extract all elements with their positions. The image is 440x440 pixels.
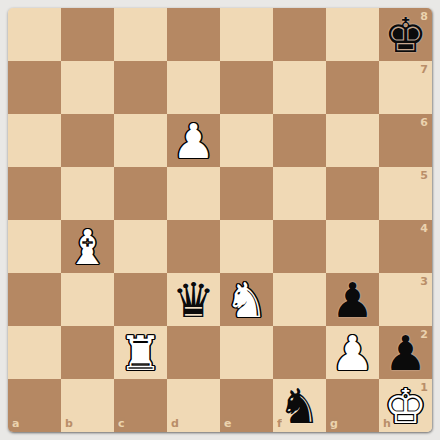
square-d2[interactable] — [167, 326, 220, 379]
square-g2[interactable]: ♟ — [326, 326, 379, 379]
square-b1[interactable]: b — [61, 379, 114, 432]
square-h6[interactable]: 6 — [379, 114, 432, 167]
square-d1[interactable]: d — [167, 379, 220, 432]
square-g6[interactable] — [326, 114, 379, 167]
white-king-piece[interactable]: ♚ — [379, 379, 432, 432]
black-queen-piece[interactable]: ♛ — [167, 273, 220, 326]
square-f7[interactable] — [273, 61, 326, 114]
white-pawn-piece[interactable]: ♟ — [326, 326, 379, 379]
square-g7[interactable] — [326, 61, 379, 114]
coordinate-rank-5: 5 — [420, 170, 428, 181]
square-d6[interactable]: ♟ — [167, 114, 220, 167]
square-a4[interactable] — [8, 220, 61, 273]
square-e7[interactable] — [220, 61, 273, 114]
square-h1[interactable]: h1♚ — [379, 379, 432, 432]
square-c4[interactable] — [114, 220, 167, 273]
page-background: 8♚7♟65♝4♛♞♟3♜♟2♟abcdef♞gh1♚ — [0, 0, 440, 440]
square-b7[interactable] — [61, 61, 114, 114]
square-g1[interactable]: g — [326, 379, 379, 432]
square-f2[interactable] — [273, 326, 326, 379]
square-c5[interactable] — [114, 167, 167, 220]
square-d7[interactable] — [167, 61, 220, 114]
coordinate-file-c: c — [118, 418, 125, 429]
black-king-piece[interactable]: ♚ — [379, 8, 432, 61]
black-pawn-piece[interactable]: ♟ — [379, 326, 432, 379]
square-f6[interactable] — [273, 114, 326, 167]
square-f5[interactable] — [273, 167, 326, 220]
square-g4[interactable] — [326, 220, 379, 273]
square-a5[interactable] — [8, 167, 61, 220]
coordinate-rank-4: 4 — [420, 223, 428, 234]
square-b5[interactable] — [61, 167, 114, 220]
white-rook-piece[interactable]: ♜ — [114, 326, 167, 379]
coordinate-file-d: d — [171, 418, 179, 429]
black-pawn-piece[interactable]: ♟ — [326, 273, 379, 326]
square-g8[interactable] — [326, 8, 379, 61]
coordinate-rank-3: 3 — [420, 276, 428, 287]
coordinate-file-e: e — [224, 418, 231, 429]
square-e6[interactable] — [220, 114, 273, 167]
coordinate-file-a: a — [12, 418, 19, 429]
black-knight-piece[interactable]: ♞ — [273, 379, 326, 432]
square-e4[interactable] — [220, 220, 273, 273]
square-h5[interactable]: 5 — [379, 167, 432, 220]
square-b2[interactable] — [61, 326, 114, 379]
white-knight-piece[interactable]: ♞ — [220, 273, 273, 326]
square-h7[interactable]: 7 — [379, 61, 432, 114]
square-f1[interactable]: f♞ — [273, 379, 326, 432]
square-d3[interactable]: ♛ — [167, 273, 220, 326]
square-e2[interactable] — [220, 326, 273, 379]
square-c3[interactable] — [114, 273, 167, 326]
square-e5[interactable] — [220, 167, 273, 220]
chess-board: 8♚7♟65♝4♛♞♟3♜♟2♟abcdef♞gh1♚ — [8, 8, 432, 432]
square-d4[interactable] — [167, 220, 220, 273]
square-h3[interactable]: 3 — [379, 273, 432, 326]
square-h4[interactable]: 4 — [379, 220, 432, 273]
square-e1[interactable]: e — [220, 379, 273, 432]
square-b6[interactable] — [61, 114, 114, 167]
coordinate-file-g: g — [330, 418, 338, 429]
square-c2[interactable]: ♜ — [114, 326, 167, 379]
square-c8[interactable] — [114, 8, 167, 61]
square-b8[interactable] — [61, 8, 114, 61]
square-f8[interactable] — [273, 8, 326, 61]
square-a6[interactable] — [8, 114, 61, 167]
square-e3[interactable]: ♞ — [220, 273, 273, 326]
square-c6[interactable] — [114, 114, 167, 167]
square-a2[interactable] — [8, 326, 61, 379]
square-b3[interactable] — [61, 273, 114, 326]
square-h2[interactable]: 2♟ — [379, 326, 432, 379]
white-bishop-piece[interactable]: ♝ — [61, 220, 114, 273]
square-d5[interactable] — [167, 167, 220, 220]
square-h8[interactable]: 8♚ — [379, 8, 432, 61]
coordinate-rank-6: 6 — [420, 117, 428, 128]
square-a7[interactable] — [8, 61, 61, 114]
square-c1[interactable]: c — [114, 379, 167, 432]
coordinate-file-b: b — [65, 418, 73, 429]
coordinate-rank-7: 7 — [420, 64, 428, 75]
square-g5[interactable] — [326, 167, 379, 220]
square-a3[interactable] — [8, 273, 61, 326]
square-g3[interactable]: ♟ — [326, 273, 379, 326]
square-f3[interactable] — [273, 273, 326, 326]
square-d8[interactable] — [167, 8, 220, 61]
square-a8[interactable] — [8, 8, 61, 61]
square-f4[interactable] — [273, 220, 326, 273]
square-b4[interactable]: ♝ — [61, 220, 114, 273]
white-pawn-piece[interactable]: ♟ — [167, 114, 220, 167]
square-c7[interactable] — [114, 61, 167, 114]
square-e8[interactable] — [220, 8, 273, 61]
square-a1[interactable]: a — [8, 379, 61, 432]
